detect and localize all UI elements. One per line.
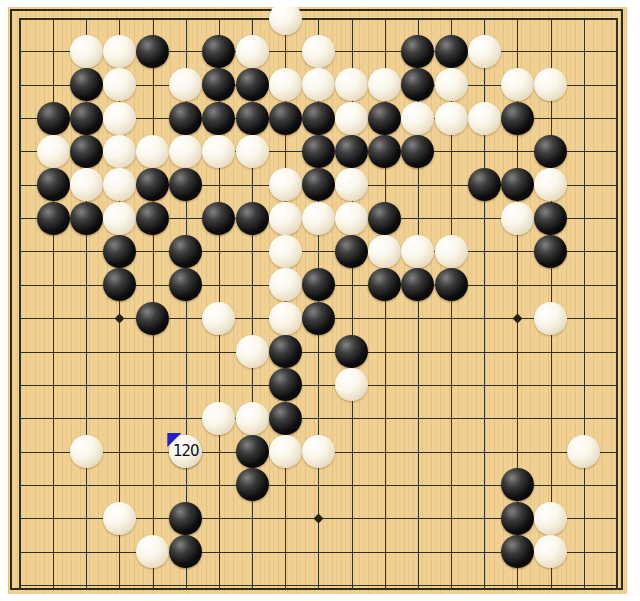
white-stone xyxy=(501,68,534,101)
black-stone xyxy=(401,68,434,101)
white-stone xyxy=(534,68,567,101)
black-stone xyxy=(302,102,335,135)
black-stone xyxy=(236,435,269,468)
white-stone xyxy=(103,168,136,201)
white-stone xyxy=(534,302,567,335)
white-stone xyxy=(468,102,501,135)
black-stone xyxy=(169,102,202,135)
white-stone xyxy=(136,135,169,168)
white-stone xyxy=(368,68,401,101)
white-stone xyxy=(368,235,401,268)
white-stone xyxy=(468,35,501,68)
white-stone xyxy=(401,102,434,135)
grid-line-horizontal xyxy=(20,18,618,20)
black-stone xyxy=(236,468,269,501)
white-stone xyxy=(269,268,302,301)
white-stone xyxy=(269,202,302,235)
black-stone xyxy=(368,135,401,168)
black-stone xyxy=(368,268,401,301)
black-stone xyxy=(534,235,567,268)
white-stone xyxy=(335,202,368,235)
white-stone xyxy=(269,435,302,468)
black-stone xyxy=(169,235,202,268)
white-stone xyxy=(169,68,202,101)
black-stone xyxy=(169,502,202,535)
white-stone xyxy=(435,235,468,268)
white-stone xyxy=(269,7,302,35)
black-stone xyxy=(302,168,335,201)
white-stone xyxy=(401,235,434,268)
white-stone xyxy=(435,68,468,101)
white-stone xyxy=(269,302,302,335)
white-stone xyxy=(567,435,600,468)
white-stone xyxy=(302,68,335,101)
black-stone xyxy=(136,302,169,335)
white-stone xyxy=(202,402,235,435)
black-stone xyxy=(335,235,368,268)
white-stone xyxy=(103,502,136,535)
grid-line-horizontal xyxy=(20,352,618,353)
white-stone xyxy=(236,335,269,368)
white-stone xyxy=(202,135,235,168)
white-stone xyxy=(335,68,368,101)
black-stone xyxy=(236,202,269,235)
white-stone xyxy=(335,102,368,135)
black-stone xyxy=(501,468,534,501)
white-stone xyxy=(534,168,567,201)
black-stone xyxy=(169,268,202,301)
black-stone xyxy=(37,102,70,135)
black-stone xyxy=(103,268,136,301)
white-stone xyxy=(534,502,567,535)
black-stone xyxy=(103,235,136,268)
black-stone xyxy=(435,268,468,301)
last-move-stone: 120 xyxy=(169,435,202,468)
white-stone xyxy=(501,202,534,235)
white-stone xyxy=(70,168,103,201)
white-stone xyxy=(70,35,103,68)
black-stone xyxy=(202,35,235,68)
grid-line-horizontal xyxy=(20,418,618,419)
black-stone xyxy=(368,102,401,135)
white-stone xyxy=(202,302,235,335)
grid-line-horizontal xyxy=(20,585,618,586)
grid-line-vertical xyxy=(19,18,21,590)
black-stone xyxy=(501,502,534,535)
grid-line-vertical xyxy=(584,18,585,590)
black-stone xyxy=(269,402,302,435)
black-stone xyxy=(435,35,468,68)
white-stone xyxy=(136,535,169,568)
black-stone xyxy=(37,202,70,235)
star-point xyxy=(314,513,324,523)
black-stone xyxy=(70,135,103,168)
go-app-screenshot: 120 xyxy=(0,0,640,601)
black-stone xyxy=(202,202,235,235)
white-stone xyxy=(37,135,70,168)
grid-line-vertical xyxy=(616,18,618,590)
black-stone xyxy=(468,168,501,201)
black-stone xyxy=(70,202,103,235)
white-stone xyxy=(269,168,302,201)
black-stone xyxy=(169,168,202,201)
white-stone xyxy=(103,135,136,168)
black-stone xyxy=(401,35,434,68)
black-stone xyxy=(202,102,235,135)
black-stone xyxy=(335,135,368,168)
white-stone xyxy=(236,135,269,168)
black-stone xyxy=(302,268,335,301)
black-stone xyxy=(236,102,269,135)
black-stone xyxy=(269,102,302,135)
move-number-label: 120 xyxy=(169,435,202,468)
black-stone xyxy=(534,202,567,235)
black-stone xyxy=(401,135,434,168)
black-stone xyxy=(401,268,434,301)
white-stone xyxy=(302,202,335,235)
white-stone xyxy=(435,102,468,135)
black-stone xyxy=(534,135,567,168)
black-stone xyxy=(169,535,202,568)
white-stone xyxy=(269,68,302,101)
white-stone xyxy=(70,435,103,468)
black-stone xyxy=(269,368,302,401)
white-stone xyxy=(534,535,567,568)
star-point xyxy=(513,313,523,323)
white-stone xyxy=(302,35,335,68)
black-stone xyxy=(501,535,534,568)
black-stone xyxy=(136,202,169,235)
go-board[interactable]: 120 xyxy=(8,7,627,594)
black-stone xyxy=(202,68,235,101)
black-stone xyxy=(368,202,401,235)
black-stone xyxy=(70,68,103,101)
white-stone xyxy=(169,135,202,168)
white-stone xyxy=(103,68,136,101)
black-stone xyxy=(302,302,335,335)
black-stone xyxy=(236,68,269,101)
white-stone xyxy=(103,102,136,135)
white-stone xyxy=(335,168,368,201)
black-stone xyxy=(37,168,70,201)
white-stone xyxy=(302,435,335,468)
black-stone xyxy=(501,168,534,201)
black-stone xyxy=(136,168,169,201)
white-stone xyxy=(236,402,269,435)
grid-line-horizontal xyxy=(20,385,618,386)
black-stone xyxy=(70,102,103,135)
black-stone xyxy=(302,135,335,168)
white-stone xyxy=(103,35,136,68)
star-point xyxy=(115,313,125,323)
white-stone xyxy=(269,235,302,268)
black-stone xyxy=(501,102,534,135)
black-stone xyxy=(269,335,302,368)
white-stone xyxy=(236,35,269,68)
white-stone xyxy=(103,202,136,235)
black-stone xyxy=(136,35,169,68)
white-stone xyxy=(335,368,368,401)
black-stone xyxy=(335,335,368,368)
